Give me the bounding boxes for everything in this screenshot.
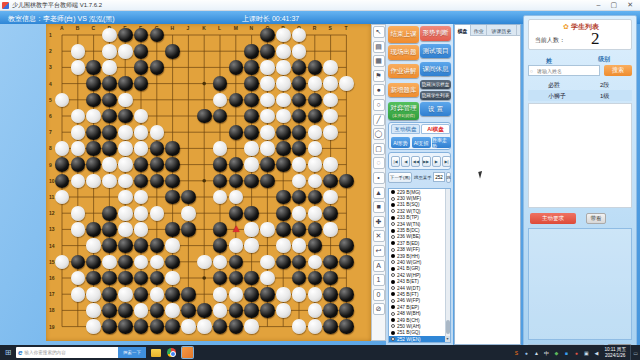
white-stone	[150, 125, 165, 140]
button-测试项目[interactable]: 测试项目	[420, 44, 451, 58]
app-icon	[2, 2, 9, 9]
white-stone	[118, 206, 133, 221]
ai-button-胜率走势[interactable]: 胜率走势	[432, 137, 451, 148]
open-icon[interactable]: ▤	[373, 41, 385, 53]
white-stone	[102, 255, 117, 270]
white-stone	[86, 238, 101, 253]
row-label: 1	[49, 32, 52, 38]
black-stone	[102, 271, 117, 286]
move-text: 252 W(EN)	[397, 337, 421, 342]
white-stone	[308, 287, 323, 302]
student-search-input[interactable]	[528, 65, 600, 76]
black-stone	[102, 319, 117, 334]
ai-button-AI支招[interactable]: AI支招	[412, 137, 431, 148]
move-list[interactable]: 229 B(MG)230 W(MF)231 B(SQ)232 W(TQ)233 …	[388, 188, 451, 343]
white-stone	[260, 60, 275, 75]
button-隐藏演示棋盘[interactable]: 隐藏演示棋盘	[420, 80, 451, 89]
room-info: 教室信息：李老师(白) VS 泓泓(黑)	[8, 14, 115, 24]
white-move-icon	[391, 286, 395, 290]
lasso-icon[interactable]: ◌	[373, 157, 385, 169]
close-button[interactable]: ✕	[627, 0, 633, 10]
white-stone	[197, 319, 212, 334]
row-label: 11	[49, 194, 54, 200]
black-stone	[276, 206, 291, 221]
button-形势判断[interactable]: 形势判断	[420, 26, 451, 41]
black-stone	[276, 255, 291, 270]
white-stone	[71, 174, 86, 189]
move-text: 235 B(DC)	[397, 228, 420, 233]
black-stone	[276, 157, 291, 172]
black-stone	[213, 319, 228, 334]
black-stone	[260, 174, 275, 189]
student-count: 2	[591, 29, 600, 49]
black-stone	[150, 141, 165, 156]
black-stone	[102, 222, 117, 237]
line-icon[interactable]: ╱	[373, 114, 385, 126]
jump-move-input[interactable]	[433, 172, 445, 182]
student-table-header: 姓名 ▲ 级别	[528, 53, 632, 64]
white-stone	[71, 60, 86, 75]
white-stone	[102, 28, 117, 43]
black-stone	[165, 157, 180, 172]
column-label: A	[60, 25, 64, 31]
move-text: 233 B(TP)	[397, 215, 419, 220]
black-stone	[118, 319, 133, 334]
black-stone	[134, 238, 149, 253]
white-stone	[118, 157, 133, 172]
number-0-icon[interactable]: 0	[373, 289, 385, 301]
start-button[interactable]: ⊞	[0, 348, 16, 357]
minimize-button[interactable]: –	[597, 0, 601, 10]
white-stone	[260, 125, 275, 140]
button-作业讲解[interactable]: 作业讲解	[388, 64, 419, 78]
white-stone	[102, 44, 117, 59]
nav-button-3[interactable]: ▶▶	[422, 156, 431, 167]
chat-area	[528, 228, 632, 340]
triangle-icon[interactable]: ▲	[373, 187, 385, 199]
black-stone	[118, 28, 133, 43]
black-stone	[86, 157, 101, 172]
go-app-icon[interactable]	[181, 346, 194, 359]
white-stone	[308, 157, 323, 172]
column-label: T	[344, 25, 347, 31]
request-button[interactable]: 主动要求	[530, 213, 576, 224]
white-stone	[323, 109, 338, 124]
black-move-icon	[391, 216, 395, 220]
white-move-icon	[391, 248, 395, 252]
black-stone	[118, 271, 133, 286]
search-button[interactable]: 搜索	[604, 65, 632, 76]
move-text: 239 B(HH)	[397, 254, 420, 259]
black-stone	[323, 319, 338, 334]
row-label: 5	[49, 97, 52, 103]
black-stone	[86, 76, 101, 91]
black-stone	[165, 44, 180, 59]
black-stone	[118, 109, 133, 124]
scrollbar-thumb[interactable]	[446, 320, 450, 334]
black-stone	[102, 125, 117, 140]
row-label: 3	[49, 64, 52, 70]
white-stone	[118, 93, 133, 108]
black-stone	[260, 28, 275, 43]
black-stone	[229, 60, 244, 75]
white-stone	[86, 174, 101, 189]
row-label: 18	[49, 307, 55, 313]
white-stone	[244, 141, 259, 156]
black-stone	[308, 222, 323, 237]
student-name: 必胜	[548, 81, 560, 90]
black-stone	[244, 60, 259, 75]
black-stone	[292, 60, 307, 75]
black-stone	[244, 109, 259, 124]
white-stone	[292, 287, 307, 302]
letter-a-icon[interactable]: A	[373, 260, 385, 272]
white-stone	[260, 93, 275, 108]
white-stone	[292, 44, 307, 59]
black-stone	[150, 319, 165, 334]
eraser-icon[interactable]: ⊘	[373, 303, 385, 315]
column-label: S	[329, 25, 332, 31]
white-move-icon	[391, 209, 395, 213]
tab-互动棋盘[interactable]: 互动棋盘	[391, 124, 420, 134]
move-text: 232 W(TQ)	[397, 209, 421, 214]
nav-button-0[interactable]: |◀	[391, 156, 400, 167]
black-stone	[292, 141, 307, 156]
black-stone	[71, 157, 86, 172]
black-stone	[181, 222, 196, 237]
black-stone	[323, 303, 338, 318]
white-stone	[292, 206, 307, 221]
white-stone	[308, 319, 323, 334]
demo-tab-讲课历史[interactable]: 讲课历史	[487, 25, 517, 36]
nav-button-1[interactable]: ◀	[401, 156, 410, 167]
white-stone	[213, 141, 228, 156]
move-text: 237 B(ED)	[397, 241, 419, 246]
move-text: 250 W(AH)	[397, 324, 421, 329]
white-stone	[229, 287, 244, 302]
column-label: H	[171, 25, 175, 31]
maximize-button[interactable]: ▢	[611, 0, 618, 10]
white-stone	[118, 174, 133, 189]
white-stone	[276, 44, 291, 59]
search-icon: ○	[530, 68, 533, 74]
black-stone	[102, 141, 117, 156]
net-icon[interactable]: ▣	[582, 350, 590, 356]
row-label: 7	[49, 129, 52, 135]
white-stone	[134, 125, 149, 140]
move-text: 246 W(FP)	[397, 298, 420, 303]
button-现场出题[interactable]: 现场出题	[388, 45, 419, 60]
scroll-down-arrow[interactable]: ▼	[445, 336, 450, 342]
white-stone	[308, 125, 323, 140]
black-stone	[260, 303, 275, 318]
row-label: 2	[49, 48, 52, 54]
black-stone	[260, 44, 275, 59]
white-stone	[71, 44, 86, 59]
white-stone	[86, 109, 101, 124]
notification-icon[interactable]: ▭	[630, 345, 640, 360]
circle-icon[interactable]: ◯	[373, 128, 385, 140]
black-stone	[134, 287, 149, 302]
black-move-icon	[391, 267, 395, 271]
taskbar-search-placeholder: 输入你要搜索的内容	[24, 350, 96, 355]
row-label: 19	[49, 324, 55, 330]
black-stone	[292, 76, 307, 91]
black-stone	[308, 93, 323, 108]
white-stone	[276, 60, 291, 75]
student-list-area	[528, 103, 632, 208]
white-stone	[118, 141, 133, 156]
black-stone	[339, 255, 354, 270]
black-stone	[244, 287, 259, 302]
black-stone	[165, 319, 180, 334]
white-move-icon	[391, 337, 395, 341]
black-stone	[197, 109, 212, 124]
white-stone	[150, 255, 165, 270]
button-设 置[interactable]: 设 置	[420, 102, 451, 116]
black-stone	[150, 157, 165, 172]
arrow-up-icon[interactable]: ▲	[532, 350, 540, 356]
white-stone	[323, 190, 338, 205]
black-stone	[339, 303, 354, 318]
watch-button[interactable]: 带看	[586, 213, 606, 224]
flower-icon: ✿	[563, 23, 569, 30]
black-stone	[165, 190, 180, 205]
black-stone	[339, 287, 354, 302]
edge-icon: e	[18, 348, 22, 357]
black-stone	[55, 157, 70, 172]
black-stone	[244, 125, 259, 140]
last-move-triangle-marker: ▲	[231, 223, 242, 234]
white-stone	[323, 93, 338, 108]
square-icon[interactable]: ▢	[373, 143, 385, 155]
black-move-icon	[391, 331, 395, 335]
dot-icon[interactable]: •	[373, 172, 385, 184]
black-stone	[181, 287, 196, 302]
black-stone	[181, 190, 196, 205]
black-stone	[134, 157, 149, 172]
row-label: 13	[49, 226, 55, 232]
black-stone	[229, 174, 244, 189]
black-stone	[86, 141, 101, 156]
white-stone	[276, 93, 291, 108]
column-label: R	[313, 25, 317, 31]
student-count-card: ✿ 学生列表 当前人数： 2	[528, 19, 632, 50]
move-row[interactable]: 252 W(EN)	[389, 336, 450, 342]
row-label: 12	[49, 210, 55, 216]
column-label: B	[76, 25, 80, 31]
nav-button-5[interactable]: ▶|	[442, 156, 451, 167]
move-list-scrollbar[interactable]	[445, 189, 450, 342]
volume-icon[interactable]: ◀	[592, 350, 600, 356]
black-stone	[86, 125, 101, 140]
white-stone	[276, 76, 291, 91]
white-stone	[118, 222, 133, 237]
column-level[interactable]: 级别	[598, 55, 610, 64]
black-move-icon	[391, 241, 395, 245]
black-stone	[86, 93, 101, 108]
move-text: 229 B(MG)	[397, 190, 420, 195]
move-text: 247 B(EP)	[397, 305, 419, 310]
jump-button[interactable]: 跳	[446, 172, 451, 183]
black-stone	[102, 93, 117, 108]
student-search: ○ 搜索	[528, 65, 632, 77]
taskbar-search[interactable]: e 输入你要搜索的内容 搜索一下	[16, 347, 146, 358]
white-stone	[165, 271, 180, 286]
row-label: 17	[49, 291, 55, 297]
black-stone	[213, 238, 228, 253]
column-label: C	[92, 25, 96, 31]
white-stone	[165, 303, 180, 318]
white-move-icon	[391, 260, 395, 264]
nav-group: |◀◀◀◀▶▶▶▶|	[388, 152, 451, 170]
nav-button-2[interactable]: ◀◀	[411, 156, 420, 167]
black-stone	[229, 93, 244, 108]
mic-icon[interactable]: ●	[522, 350, 530, 356]
pointer-icon[interactable]: ↖	[373, 26, 385, 38]
button-课间休息[interactable]: 课间休息	[420, 62, 451, 76]
black-stone	[229, 319, 244, 334]
white-stone	[55, 141, 70, 156]
button-结束上课[interactable]: 结束上课	[388, 26, 419, 43]
move-text: 251 B(GQ)	[397, 330, 420, 335]
filled-square-icon[interactable]: ■	[373, 201, 385, 213]
black-stone	[339, 319, 354, 334]
black-move-icon	[391, 190, 395, 194]
number-1-icon[interactable]: 1	[373, 274, 385, 286]
black-stone	[244, 93, 259, 108]
white-stone	[260, 109, 275, 124]
white-stone	[292, 157, 307, 172]
student-row[interactable]: 小狮子1级	[528, 90, 632, 101]
sogou-icon[interactable]: S	[512, 350, 520, 356]
black-stone	[323, 287, 338, 302]
demo-tab-棋盘[interactable]: 棋盘	[455, 25, 471, 36]
move-text: 238 W(FF)	[397, 247, 420, 252]
black-stone	[134, 44, 149, 59]
white-stone	[71, 222, 86, 237]
black-stone	[229, 255, 244, 270]
flag-icon[interactable]: ⚑	[373, 70, 385, 82]
move-text: 231 B(SQ)	[397, 202, 420, 207]
student-row[interactable]: 必胜2段	[528, 79, 632, 90]
black-stone-icon[interactable]: ●	[373, 84, 385, 96]
black-stone	[150, 303, 165, 318]
black-stone	[118, 76, 133, 91]
move-text: 244 W(DT)	[397, 286, 420, 291]
black-stone	[260, 157, 275, 172]
taskbar-clock[interactable]: 10:11 周五 2024/1/26	[604, 347, 626, 358]
alert-icon[interactable]: ●	[572, 350, 580, 356]
black-stone	[244, 271, 259, 286]
shield-icon[interactable]: ◆	[552, 350, 560, 356]
white-stone	[323, 222, 338, 237]
white-stone	[134, 303, 149, 318]
taskbar: ⊞ e 输入你要搜索的内容 搜索一下 S●▲中◆■●▣◀ 10:11 周五 20…	[0, 345, 640, 360]
black-stone	[134, 60, 149, 75]
board-toolbar: ↖▤▦⚑●○╱◯▢◌•▲■✚✕↩A10⊘	[371, 24, 386, 341]
black-move-icon	[391, 305, 395, 309]
nav-button-4[interactable]: ▶	[432, 156, 441, 167]
row-label: 9	[49, 162, 52, 168]
black-stone	[244, 174, 259, 189]
white-stone-icon[interactable]: ○	[373, 99, 385, 111]
button-隐藏学生列表[interactable]: 隐藏学生列表	[420, 91, 451, 100]
black-stone	[323, 174, 338, 189]
move-text: 241 B(GR)	[397, 266, 420, 271]
black-stone	[244, 206, 259, 221]
column-label: L	[218, 25, 221, 31]
white-stone	[134, 222, 149, 237]
black-stone	[134, 76, 149, 91]
tab-AI棋盘[interactable]: AI棋盘	[421, 124, 450, 134]
system-tray: S●▲中◆■●▣◀	[510, 350, 600, 356]
black-stone	[197, 303, 212, 318]
black-stone	[86, 60, 101, 75]
save-icon[interactable]: ▦	[373, 55, 385, 67]
white-stone	[276, 109, 291, 124]
black-stone	[150, 238, 165, 253]
chat-icon[interactable]: ■	[562, 350, 570, 356]
jump-label: 跳至某手	[414, 175, 432, 180]
white-stone	[150, 206, 165, 221]
black-stone	[323, 206, 338, 221]
student-panel: ✿ 学生列表 当前人数： 2 姓名 ▲ 级别 ○ 搜索 必胜2段小狮子1级 主动…	[523, 15, 637, 347]
next-move-button[interactable]: 下一手(黑)	[388, 172, 412, 183]
black-stone	[229, 206, 244, 221]
black-stone	[339, 238, 354, 253]
black-stone	[165, 287, 180, 302]
white-stone	[323, 157, 338, 172]
ai-button-AI形势[interactable]: AI形势	[391, 137, 410, 148]
white-stone	[244, 319, 259, 334]
move-text: 230 W(MF)	[397, 196, 421, 201]
demo-tab-作业[interactable]: 作业	[471, 25, 487, 36]
taskbar-search-button[interactable]: 搜索一下	[118, 347, 146, 358]
black-stone	[118, 238, 133, 253]
undo-icon[interactable]: ↩	[373, 245, 385, 257]
file-explorer-icon[interactable]	[149, 346, 162, 359]
white-stone	[229, 238, 244, 253]
go-board[interactable]: ABCDEFGHJKLMNOPQRST123456789101112131415…	[46, 24, 371, 341]
white-stone	[71, 206, 86, 221]
white-stone	[292, 319, 307, 334]
demo-tabs: 棋盘作业讲课历史	[455, 25, 520, 36]
black-stone	[213, 157, 228, 172]
black-stone	[165, 174, 180, 189]
black-stone	[308, 238, 323, 253]
white-stone	[71, 287, 86, 302]
black-stone	[292, 222, 307, 237]
cross-icon[interactable]: ✕	[373, 230, 385, 242]
button-新增题库[interactable]: 新增题库	[388, 83, 419, 97]
app-title: 少儿围棋教学平台教师端 V1.7.6.2	[12, 1, 102, 10]
row-label: 14	[49, 243, 55, 249]
move-text: 249 B(CH)	[397, 318, 420, 323]
black-stone	[229, 303, 244, 318]
row-label: 8	[49, 145, 52, 151]
white-stone	[118, 44, 133, 59]
chrome-icon[interactable]	[165, 346, 178, 359]
black-stone	[86, 271, 101, 286]
ime-icon[interactable]: 中	[542, 350, 550, 356]
column-label: J	[186, 25, 189, 31]
row-label: 16	[49, 275, 55, 281]
plus-icon[interactable]: ✚	[373, 216, 385, 228]
class-time: 上课时长 00:41:37	[242, 14, 299, 24]
button-对弈管理[interactable]: 对弈管理(未开始对弈)	[388, 102, 419, 120]
black-stone	[86, 255, 101, 270]
